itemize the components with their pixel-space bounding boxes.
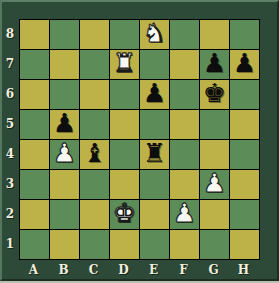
square-g5[interactable]	[200, 110, 229, 139]
square-e8[interactable]: ♞	[140, 20, 169, 49]
square-d3[interactable]	[110, 170, 139, 199]
square-e1[interactable]	[140, 230, 169, 259]
square-e6[interactable]: ♟	[140, 80, 169, 109]
file-label-c: C	[79, 261, 108, 279]
board-frame: 87654321 ♞♜♟♟♟♚♟♟♝♜♟♚♟ ABCDEFGH	[0, 0, 279, 281]
square-f4[interactable]	[170, 140, 199, 169]
black-bishop[interactable]: ♝	[83, 140, 106, 168]
square-g3[interactable]: ♟	[200, 170, 229, 199]
square-b4[interactable]: ♟	[50, 140, 79, 169]
rank-label-2: 2	[2, 199, 18, 228]
square-h6[interactable]	[230, 80, 259, 109]
square-g7[interactable]: ♟	[200, 50, 229, 79]
square-e5[interactable]	[140, 110, 169, 139]
file-labels: ABCDEFGH	[19, 261, 260, 279]
square-d2[interactable]: ♚	[110, 200, 139, 229]
white-pawn[interactable]: ♟	[53, 140, 76, 168]
square-h5[interactable]	[230, 110, 259, 139]
square-g2[interactable]	[200, 200, 229, 229]
square-c3[interactable]	[80, 170, 109, 199]
file-label-d: D	[109, 261, 138, 279]
square-f2[interactable]: ♟	[170, 200, 199, 229]
square-d7[interactable]: ♜	[110, 50, 139, 79]
square-b6[interactable]	[50, 80, 79, 109]
square-h3[interactable]	[230, 170, 259, 199]
square-a2[interactable]	[20, 200, 49, 229]
square-e4[interactable]: ♜	[140, 140, 169, 169]
rank-label-4: 4	[2, 139, 18, 168]
white-pawn[interactable]: ♟	[203, 170, 226, 198]
square-f6[interactable]	[170, 80, 199, 109]
square-h4[interactable]	[230, 140, 259, 169]
rank-labels: 87654321	[2, 19, 18, 260]
square-c8[interactable]	[80, 20, 109, 49]
file-label-f: F	[169, 261, 198, 279]
rank-label-3: 3	[2, 169, 18, 198]
square-c6[interactable]	[80, 80, 109, 109]
square-b5[interactable]: ♟	[50, 110, 79, 139]
square-b8[interactable]	[50, 20, 79, 49]
chess-board: ♞♜♟♟♟♚♟♟♝♜♟♚♟	[19, 19, 260, 260]
square-h1[interactable]	[230, 230, 259, 259]
square-a6[interactable]	[20, 80, 49, 109]
file-label-b: B	[49, 261, 78, 279]
square-c7[interactable]	[80, 50, 109, 79]
square-b1[interactable]	[50, 230, 79, 259]
square-e3[interactable]	[140, 170, 169, 199]
square-f7[interactable]	[170, 50, 199, 79]
square-h7[interactable]: ♟	[230, 50, 259, 79]
black-pawn[interactable]: ♟	[203, 50, 226, 78]
square-a1[interactable]	[20, 230, 49, 259]
square-c1[interactable]	[80, 230, 109, 259]
square-h2[interactable]	[230, 200, 259, 229]
square-d5[interactable]	[110, 110, 139, 139]
square-f1[interactable]	[170, 230, 199, 259]
square-a5[interactable]	[20, 110, 49, 139]
rank-label-1: 1	[2, 229, 18, 258]
square-g1[interactable]	[200, 230, 229, 259]
black-rook[interactable]: ♜	[143, 140, 166, 168]
square-e7[interactable]	[140, 50, 169, 79]
square-g4[interactable]	[200, 140, 229, 169]
square-c5[interactable]	[80, 110, 109, 139]
white-rook[interactable]: ♜	[113, 50, 136, 78]
white-king[interactable]: ♚	[113, 200, 136, 228]
square-h8[interactable]	[230, 20, 259, 49]
square-e2[interactable]	[140, 200, 169, 229]
square-a7[interactable]	[20, 50, 49, 79]
square-a8[interactable]	[20, 20, 49, 49]
file-label-a: A	[19, 261, 48, 279]
file-label-e: E	[139, 261, 168, 279]
square-d6[interactable]	[110, 80, 139, 109]
square-d1[interactable]	[110, 230, 139, 259]
square-b2[interactable]	[50, 200, 79, 229]
black-king[interactable]: ♚	[203, 80, 226, 108]
square-a3[interactable]	[20, 170, 49, 199]
rank-label-6: 6	[2, 79, 18, 108]
square-g8[interactable]	[200, 20, 229, 49]
chess-board-panel: 87654321 ♞♜♟♟♟♚♟♟♝♜♟♚♟ ABCDEFGH	[0, 0, 279, 283]
square-a4[interactable]	[20, 140, 49, 169]
file-label-g: G	[199, 261, 228, 279]
white-pawn[interactable]: ♟	[173, 200, 196, 228]
black-pawn[interactable]: ♟	[233, 50, 256, 78]
rank-label-8: 8	[2, 19, 18, 48]
square-d8[interactable]	[110, 20, 139, 49]
square-f3[interactable]	[170, 170, 199, 199]
square-f8[interactable]	[170, 20, 199, 49]
white-knight[interactable]: ♞	[143, 20, 166, 48]
square-c4[interactable]: ♝	[80, 140, 109, 169]
square-c2[interactable]	[80, 200, 109, 229]
square-b3[interactable]	[50, 170, 79, 199]
file-label-h: H	[229, 261, 258, 279]
black-pawn[interactable]: ♟	[53, 110, 76, 138]
black-pawn[interactable]: ♟	[143, 80, 166, 108]
square-b7[interactable]	[50, 50, 79, 79]
square-g6[interactable]: ♚	[200, 80, 229, 109]
square-d4[interactable]	[110, 140, 139, 169]
rank-label-5: 5	[2, 109, 18, 138]
square-f5[interactable]	[170, 110, 199, 139]
rank-label-7: 7	[2, 49, 18, 78]
